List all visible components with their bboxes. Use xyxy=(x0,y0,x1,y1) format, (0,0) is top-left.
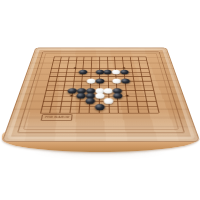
grid-line-h xyxy=(43,101,156,102)
brand-stamp: FIVE IN A ROW xyxy=(41,114,73,121)
stone-white xyxy=(104,88,113,93)
star-point xyxy=(122,67,125,68)
stone-black xyxy=(95,70,104,75)
stone-black xyxy=(113,93,123,99)
stone-black xyxy=(76,93,86,99)
brand-stamp-text: FIVE IN A ROW xyxy=(45,117,69,119)
grid-line-h xyxy=(40,112,158,113)
stone-black xyxy=(79,70,88,75)
star-point xyxy=(70,95,73,97)
product-photo: FIVE IN A ROW xyxy=(0,0,200,200)
star-point xyxy=(125,95,128,97)
stone-black xyxy=(121,79,130,84)
grid-line-h xyxy=(47,85,153,86)
stone-white xyxy=(95,93,105,99)
game-board: FIVE IN A ROW xyxy=(2,47,200,142)
board-grid xyxy=(40,57,158,113)
stone-black xyxy=(85,98,95,104)
star-point xyxy=(74,67,77,68)
stone-white xyxy=(86,79,95,84)
stone-white xyxy=(104,98,114,104)
stone-black xyxy=(94,104,104,110)
stone-black xyxy=(95,79,104,84)
stone-black xyxy=(120,70,129,75)
